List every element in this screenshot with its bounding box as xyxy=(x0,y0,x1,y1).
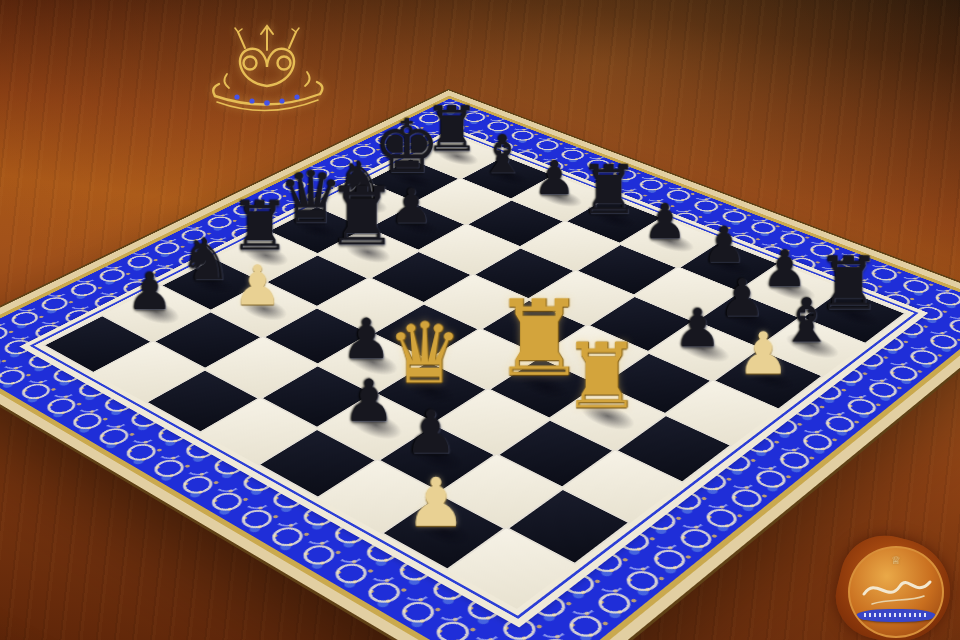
chess-scene: ♜♝♟♜♟♟♟♜♚♟♝♞♟♛♜♟♜♞♟♟♟♟♛♜♜♟♟♟ ♕ xyxy=(0,0,960,640)
vignette xyxy=(0,0,960,640)
